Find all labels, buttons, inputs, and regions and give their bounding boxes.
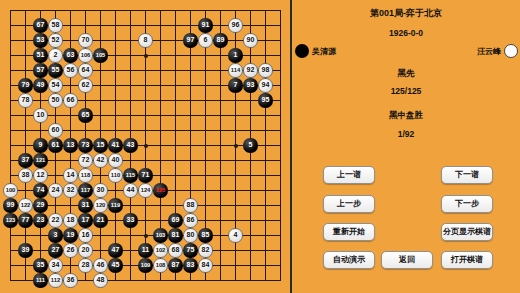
stone-91: 91 (198, 18, 212, 32)
players-row: 吴清源 汪云峰 (292, 44, 520, 60)
stone-37: 37 (18, 153, 32, 167)
stone-112: 112 (48, 273, 62, 287)
stone-15: 15 (93, 138, 107, 152)
white-stone-icon (504, 44, 518, 58)
stone-29: 29 (33, 198, 47, 212)
stone-124: 124 (138, 183, 152, 197)
stone-69: 69 (168, 213, 182, 227)
stone-88: 88 (183, 198, 197, 212)
restart-button[interactable]: 重新开始 (323, 223, 375, 241)
stone-48: 48 (93, 273, 107, 287)
stone-92: 92 (243, 63, 257, 77)
next-move-button[interactable]: 下一步 (441, 195, 493, 213)
stone-67: 67 (33, 18, 47, 32)
stone-77: 77 (18, 213, 32, 227)
stone-110: 110 (108, 168, 122, 182)
stone-16: 16 (78, 228, 92, 242)
stone-102: 102 (153, 243, 167, 257)
stone-43: 43 (123, 138, 137, 152)
stone-105: 105 (93, 48, 107, 62)
stone-39: 39 (18, 243, 32, 257)
white-player: 汪云峰 (477, 44, 518, 58)
stone-38: 38 (18, 168, 32, 182)
stone-17: 17 (78, 213, 92, 227)
stone-80: 80 (183, 228, 197, 242)
result-label: 黑中盘胜 (292, 110, 520, 122)
stone-18: 18 (63, 213, 77, 227)
black-stone-icon (295, 44, 309, 58)
stone-90: 90 (243, 33, 257, 47)
stone-121: 121 (33, 153, 47, 167)
stone-75: 75 (183, 243, 197, 257)
stone-71: 71 (138, 168, 152, 182)
stone-3: 3 (48, 228, 62, 242)
stone-12: 12 (33, 168, 47, 182)
black-player: 吴清源 (295, 44, 336, 58)
stone-8: 8 (138, 33, 152, 47)
stone-85: 85 (198, 228, 212, 242)
stone-50: 50 (48, 93, 62, 107)
stone-94: 94 (258, 78, 272, 92)
stone-58: 58 (48, 18, 62, 32)
stone-45: 45 (108, 258, 122, 272)
stone-122: 122 (18, 198, 32, 212)
stone-32: 32 (63, 183, 77, 197)
stone-7: 7 (228, 78, 242, 92)
stone-62: 62 (78, 78, 92, 92)
stone-84: 84 (198, 258, 212, 272)
stone-123: 123 (3, 213, 17, 227)
stone-49: 49 (33, 78, 47, 92)
stone-23: 23 (33, 213, 47, 227)
stone-72: 72 (78, 153, 92, 167)
auto-play-button[interactable]: 自动演示 (323, 251, 375, 269)
stone-31: 31 (78, 198, 92, 212)
stone-11: 11 (138, 243, 152, 257)
stone-68: 68 (168, 243, 182, 257)
stone-64: 64 (78, 63, 92, 77)
stone-14: 14 (63, 168, 77, 182)
stone-19: 19 (63, 228, 77, 242)
stone-36: 36 (63, 273, 77, 287)
stone-60: 60 (48, 123, 62, 137)
app-window: 1234567891011121314151617181920212223242… (0, 0, 520, 293)
stone-52: 52 (48, 33, 62, 47)
stone-53: 53 (33, 33, 47, 47)
stone-10: 10 (33, 108, 47, 122)
stone-9: 9 (33, 138, 47, 152)
stone-47: 47 (108, 243, 122, 257)
stone-27: 27 (48, 243, 62, 257)
stone-103: 103 (153, 228, 167, 242)
stone-20: 20 (78, 243, 92, 257)
stone-99: 99 (3, 198, 17, 212)
stone-41: 41 (108, 138, 122, 152)
back-button[interactable]: 返回 (381, 251, 433, 269)
stone-118: 118 (78, 168, 92, 182)
stone-73: 73 (78, 138, 92, 152)
stone-125: 125 (153, 183, 167, 197)
stone-57: 57 (33, 63, 47, 77)
stone-5: 5 (243, 138, 257, 152)
stone-54: 54 (48, 78, 62, 92)
first-move-label: 黑先 (292, 68, 520, 80)
move-counter: 125/125 (292, 86, 520, 96)
stone-21: 21 (93, 213, 107, 227)
black-player-name: 吴清源 (312, 46, 336, 57)
stone-24: 24 (48, 183, 62, 197)
stone-1: 1 (228, 48, 242, 62)
stone-82: 82 (198, 243, 212, 257)
stone-26: 26 (63, 243, 77, 257)
stone-22: 22 (48, 213, 62, 227)
stone-33: 33 (123, 213, 137, 227)
stone-28: 28 (78, 258, 92, 272)
stone-120: 120 (93, 198, 107, 212)
stone-70: 70 (78, 33, 92, 47)
stone-97: 97 (183, 33, 197, 47)
stone-81: 81 (168, 228, 182, 242)
stone-87: 87 (168, 258, 182, 272)
game-date: 1926-0-0 (292, 28, 520, 38)
stone-93: 93 (243, 78, 257, 92)
stone-55: 55 (48, 63, 62, 77)
stone-66: 66 (63, 93, 77, 107)
stone-98: 98 (258, 63, 272, 77)
stone-40: 40 (108, 153, 122, 167)
go-board[interactable]: 1234567891011121314151617181920212223242… (0, 0, 291, 293)
stone-6: 6 (198, 33, 212, 47)
stone-115: 115 (123, 168, 137, 182)
stone-65: 65 (78, 108, 92, 122)
stone-78: 78 (18, 93, 32, 107)
stone-95: 95 (258, 93, 272, 107)
stone-13: 13 (63, 138, 77, 152)
stone-74: 74 (33, 183, 47, 197)
stone-79: 79 (18, 78, 32, 92)
stone-46: 46 (93, 258, 107, 272)
game-title: 第001局-弈于北京 (292, 7, 520, 20)
stone-35: 35 (33, 258, 47, 272)
stone-44: 44 (123, 183, 137, 197)
stone-108: 108 (153, 258, 167, 272)
stone-63: 63 (63, 48, 77, 62)
stone-96: 96 (228, 18, 242, 32)
stone-89: 89 (213, 33, 227, 47)
stone-100: 100 (3, 183, 17, 197)
paged-display-button[interactable]: 分页显示棋谱 (441, 223, 493, 241)
white-player-name: 汪云峰 (477, 46, 501, 57)
stone-61: 61 (48, 138, 62, 152)
open-record-button[interactable]: 打开棋谱 (441, 251, 493, 269)
stone-83: 83 (183, 258, 197, 272)
stone-4: 4 (228, 228, 242, 242)
stone-2: 2 (48, 48, 62, 62)
stone-34: 34 (48, 258, 62, 272)
stone-119: 119 (108, 198, 122, 212)
info-panel: 第001局-弈于北京 1926-0-0 吴清源 汪云峰 黑先 125/125 黑… (292, 0, 520, 293)
prev-move-button[interactable]: 上一步 (323, 195, 375, 213)
stone-30: 30 (93, 183, 107, 197)
stone-109: 109 (138, 258, 152, 272)
stone-56: 56 (63, 63, 77, 77)
stone-111: 111 (33, 273, 47, 287)
next-record-button[interactable]: 下一谱 (441, 166, 493, 184)
stone-117: 117 (78, 183, 92, 197)
stone-42: 42 (93, 153, 107, 167)
prev-record-button[interactable]: 上一谱 (323, 166, 375, 184)
stone-114: 114 (228, 63, 242, 77)
stone-86: 86 (183, 213, 197, 227)
stone-51: 51 (33, 48, 47, 62)
page-counter: 1/92 (292, 129, 520, 139)
stone-106: 106 (78, 48, 92, 62)
